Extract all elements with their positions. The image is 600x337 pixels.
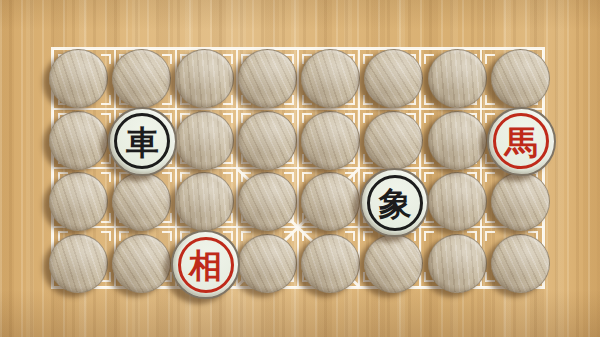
piece-black-chariot[interactable]: 車: [108, 107, 177, 176]
corner-mark: [424, 172, 434, 182]
facedown-piece-r4c4[interactable]: [238, 234, 297, 293]
piece-red-elephant[interactable]: 相: [171, 230, 240, 299]
facedown-piece-r3c8[interactable]: [491, 172, 550, 231]
facedown-piece-r2c6[interactable]: [364, 111, 423, 170]
corner-mark: [162, 231, 172, 241]
corner-mark: [485, 95, 495, 105]
facedown-piece-r2c5[interactable]: [301, 111, 360, 170]
facedown-piece-r2c3[interactable]: [175, 111, 234, 170]
corner-mark: [485, 231, 495, 241]
piece-character-chariot: 車: [126, 126, 159, 159]
corner-mark: [162, 172, 172, 182]
facedown-piece-r3c7[interactable]: [428, 172, 487, 231]
facedown-piece-r4c8[interactable]: [491, 234, 550, 293]
corner-mark: [101, 113, 111, 123]
facedown-piece-r1c1[interactable]: [49, 49, 108, 108]
piece-ring: 相: [178, 237, 234, 293]
corner-mark: [424, 231, 434, 241]
facedown-piece-r1c3[interactable]: [175, 49, 234, 108]
facedown-piece-r2c4[interactable]: [238, 111, 297, 170]
piece-character-horse: 馬: [505, 126, 538, 159]
facedown-piece-r1c4[interactable]: [238, 49, 297, 108]
piece-ring: 馬: [493, 113, 549, 169]
piece-character-elephant: 象: [378, 187, 411, 220]
piece-character-elephant: 相: [189, 249, 222, 282]
facedown-piece-r3c1[interactable]: [49, 172, 108, 231]
piece-ring: 車: [114, 113, 170, 169]
corner-mark: [101, 172, 111, 182]
wooden-table-background: 車馬象相: [0, 0, 600, 337]
corner-mark: [424, 113, 434, 123]
corner-mark: [424, 95, 434, 105]
corner-mark: [101, 231, 111, 241]
corner-mark: [101, 95, 111, 105]
facedown-piece-r4c1[interactable]: [49, 234, 108, 293]
facedown-piece-r3c2[interactable]: [112, 172, 171, 231]
facedown-piece-r2c7[interactable]: [428, 111, 487, 170]
corner-mark: [485, 172, 495, 182]
facedown-piece-r4c2[interactable]: [112, 234, 171, 293]
facedown-piece-r4c7[interactable]: [428, 234, 487, 293]
facedown-piece-r1c7[interactable]: [428, 49, 487, 108]
facedown-piece-r1c8[interactable]: [491, 49, 550, 108]
banqi-board: 車馬象相: [51, 47, 545, 289]
piece-ring: 象: [367, 175, 423, 231]
corner-mark: [485, 54, 495, 64]
corner-mark: [363, 231, 373, 241]
facedown-piece-r1c2[interactable]: [112, 49, 171, 108]
piece-red-horse[interactable]: 馬: [487, 107, 556, 176]
facedown-piece-r2c1[interactable]: [49, 111, 108, 170]
